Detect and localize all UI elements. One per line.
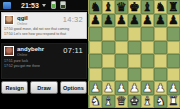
square-g3[interactable] [154, 68, 167, 82]
white-pawn: ♟ [116, 82, 127, 94]
left-panel: 21:53 qgil Online 14:32 17:50 good move,… [0, 0, 88, 108]
square-d2[interactable]: ♟ [115, 81, 128, 95]
black-pawn: ♟ [155, 14, 166, 26]
square-d3[interactable] [115, 68, 128, 82]
resign-button[interactable]: Resign [1, 81, 28, 94]
white-knight: ♞ [155, 95, 166, 107]
white-pawn: ♟ [168, 82, 179, 94]
square-f7[interactable]: ♟ [141, 14, 154, 28]
white-bishop: ♝ [142, 95, 153, 107]
player-avatar [4, 46, 14, 56]
opponent-chat: 17:50 good move, did not see that coming… [4, 27, 84, 38]
square-f4[interactable] [141, 54, 154, 68]
square-g7[interactable]: ♟ [154, 14, 167, 28]
square-g8[interactable]: ♞ [154, 0, 167, 14]
square-b4[interactable] [89, 54, 102, 68]
square-g2[interactable]: ♟ [154, 81, 167, 95]
square-c7[interactable]: ♟ [102, 14, 115, 28]
square-d4[interactable] [115, 54, 128, 68]
opponent-presence: Online [17, 22, 27, 26]
black-king: ♚ [129, 1, 140, 13]
opponent-avatar [4, 15, 14, 25]
square-b7[interactable]: ♟ [89, 14, 102, 28]
square-h3[interactable] [167, 68, 180, 82]
black-pawn: ♟ [142, 14, 153, 26]
square-h1[interactable]: ♜ [167, 95, 180, 109]
square-g4[interactable] [154, 54, 167, 68]
battery-status-icon [60, 1, 66, 9]
black-knight: ♞ [155, 1, 166, 13]
square-e3[interactable] [128, 68, 141, 82]
square-e4[interactable] [128, 54, 141, 68]
chess-board[interactable]: ♜♞♝♛♚♝♞♜♟♟♟♟♟♟♟♟♟♟♟♟♟♟♟♟♜♞♝♛♚♝♞♜ [76, 0, 180, 108]
white-king: ♚ [129, 95, 140, 107]
white-pawn: ♟ [129, 82, 140, 94]
chat-line: 17:50 Let's see how you respond to that [4, 32, 84, 37]
player-card: andybehr Online 07:11 17:51 pure luck 17… [1, 43, 87, 79]
black-pawn: ♟ [129, 14, 140, 26]
black-bishop: ♝ [103, 1, 114, 13]
square-e8[interactable]: ♚ [128, 0, 141, 14]
square-c1[interactable]: ♝ [102, 95, 115, 109]
battery-icon [51, 1, 56, 9]
square-c3[interactable] [102, 68, 115, 82]
square-c5[interactable] [102, 41, 115, 55]
black-rook: ♜ [168, 1, 179, 13]
white-pawn: ♟ [90, 82, 101, 94]
square-f2[interactable]: ♟ [141, 81, 154, 95]
black-queen: ♛ [116, 1, 127, 13]
square-f1[interactable]: ♝ [141, 95, 154, 109]
square-e5[interactable] [128, 41, 141, 55]
white-pawn: ♟ [142, 82, 153, 94]
black-pawn: ♟ [116, 14, 127, 26]
square-g1[interactable]: ♞ [154, 95, 167, 109]
status-time: 21:53 [21, 2, 39, 9]
square-b5[interactable] [89, 41, 102, 55]
square-c8[interactable]: ♝ [102, 0, 115, 14]
square-d1[interactable]: ♛ [115, 95, 128, 109]
square-b6[interactable] [89, 27, 102, 41]
square-c6[interactable] [102, 27, 115, 41]
white-pawn: ♟ [103, 82, 114, 94]
square-b8[interactable]: ♞ [89, 0, 102, 14]
square-f8[interactable]: ♝ [141, 0, 154, 14]
black-knight: ♞ [90, 1, 101, 13]
opponent-clock: 14:32 [63, 15, 83, 24]
white-rook: ♜ [168, 95, 179, 107]
square-c2[interactable]: ♟ [102, 81, 115, 95]
square-c4[interactable] [102, 54, 115, 68]
black-pawn: ♟ [90, 14, 101, 26]
white-queen: ♛ [116, 95, 127, 107]
square-b3[interactable] [89, 68, 102, 82]
square-d5[interactable] [115, 41, 128, 55]
action-button-row: Resign Draw Options [1, 81, 87, 94]
player-clock: 07:11 [63, 46, 83, 55]
player-presence: Online [17, 53, 27, 57]
square-b1[interactable]: ♞ [89, 95, 102, 109]
status-bar: 21:53 [0, 0, 88, 11]
square-d7[interactable]: ♟ [115, 14, 128, 28]
square-f5[interactable] [141, 41, 154, 55]
draw-button[interactable]: Draw [30, 81, 57, 94]
square-h4[interactable] [167, 54, 180, 68]
square-h7[interactable]: ♟ [167, 14, 180, 28]
square-e1[interactable]: ♚ [128, 95, 141, 109]
square-g6[interactable] [154, 27, 167, 41]
white-knight: ♞ [90, 95, 101, 107]
chat-line: 17:52 you got me there [4, 64, 84, 69]
notification-icon [3, 2, 11, 9]
white-bishop: ♝ [103, 95, 114, 107]
player-chat: 17:51 pure luck 17:52 you got me there [4, 59, 84, 70]
square-e7[interactable]: ♟ [128, 14, 141, 28]
square-f3[interactable] [141, 68, 154, 82]
black-pawn: ♟ [168, 14, 179, 26]
black-pawn: ♟ [103, 14, 114, 26]
square-h8[interactable]: ♜ [167, 0, 180, 14]
square-g5[interactable] [154, 41, 167, 55]
options-button[interactable]: Options [60, 81, 87, 94]
square-e2[interactable]: ♟ [128, 81, 141, 95]
square-d6[interactable] [115, 27, 128, 41]
square-e6[interactable] [128, 27, 141, 41]
white-pawn: ♟ [155, 82, 166, 94]
dropdown-caret-icon [42, 4, 46, 7]
player-name: andybehr [17, 46, 44, 52]
square-b2[interactable]: ♟ [89, 81, 102, 95]
opponent-card: qgil Online 14:32 17:50 good move, did n… [1, 12, 87, 39]
square-d8[interactable]: ♛ [115, 0, 128, 14]
square-h2[interactable]: ♟ [167, 81, 180, 95]
opponent-name: qgil [17, 15, 28, 21]
square-h6[interactable] [167, 27, 180, 41]
square-h5[interactable] [167, 41, 180, 55]
square-f6[interactable] [141, 27, 154, 41]
black-bishop: ♝ [142, 1, 153, 13]
